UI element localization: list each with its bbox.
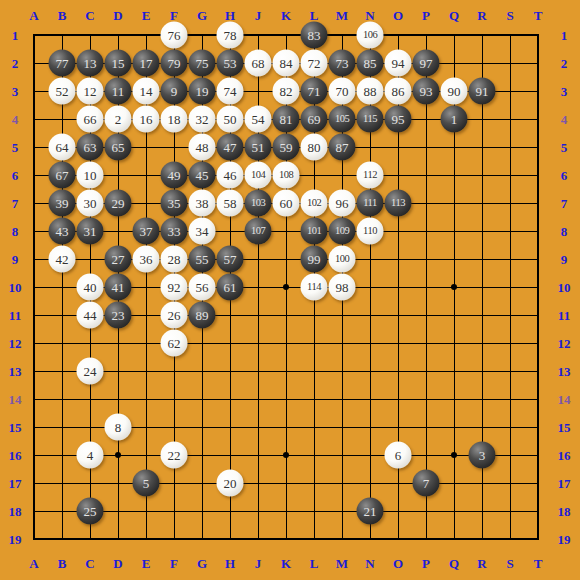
intersection-A1[interactable] (20, 21, 48, 49)
intersection-Q4[interactable]: 1 (440, 105, 468, 133)
intersection-J10[interactable] (244, 273, 272, 301)
intersection-H11[interactable] (216, 301, 244, 329)
intersection-S4[interactable] (496, 105, 524, 133)
intersection-F5[interactable] (160, 133, 188, 161)
intersection-N18[interactable]: 21 (356, 497, 384, 525)
intersection-C12[interactable] (76, 329, 104, 357)
intersection-S17[interactable] (496, 469, 524, 497)
intersection-R9[interactable] (468, 245, 496, 273)
intersection-A2[interactable] (20, 49, 48, 77)
intersection-D19[interactable] (104, 525, 132, 553)
intersection-E2[interactable]: 17 (132, 49, 160, 77)
intersection-B11[interactable] (48, 301, 76, 329)
intersection-A17[interactable] (20, 469, 48, 497)
intersection-E7[interactable] (132, 189, 160, 217)
intersection-B7[interactable]: 39 (48, 189, 76, 217)
intersection-K8[interactable] (272, 217, 300, 245)
intersection-D13[interactable] (104, 357, 132, 385)
intersection-M15[interactable] (328, 413, 356, 441)
intersection-J12[interactable] (244, 329, 272, 357)
intersection-E12[interactable] (132, 329, 160, 357)
intersection-C17[interactable] (76, 469, 104, 497)
intersection-G6[interactable]: 45 (188, 161, 216, 189)
intersection-H13[interactable] (216, 357, 244, 385)
intersection-H2[interactable]: 53 (216, 49, 244, 77)
intersection-N15[interactable] (356, 413, 384, 441)
intersection-A13[interactable] (20, 357, 48, 385)
intersection-K16[interactable] (272, 441, 300, 469)
intersection-O12[interactable] (384, 329, 412, 357)
intersection-S12[interactable] (496, 329, 524, 357)
intersection-B6[interactable]: 67 (48, 161, 76, 189)
intersection-N19[interactable] (356, 525, 384, 553)
intersection-D9[interactable]: 27 (104, 245, 132, 273)
intersection-Q18[interactable] (440, 497, 468, 525)
intersection-F4[interactable]: 18 (160, 105, 188, 133)
intersection-J15[interactable] (244, 413, 272, 441)
intersection-E14[interactable] (132, 385, 160, 413)
intersection-G3[interactable]: 19 (188, 77, 216, 105)
intersection-M18[interactable] (328, 497, 356, 525)
intersection-O6[interactable] (384, 161, 412, 189)
intersection-A14[interactable] (20, 385, 48, 413)
intersection-Q17[interactable] (440, 469, 468, 497)
intersection-K1[interactable] (272, 21, 300, 49)
intersection-P15[interactable] (412, 413, 440, 441)
intersection-N5[interactable] (356, 133, 384, 161)
intersection-G19[interactable] (188, 525, 216, 553)
intersection-G1[interactable] (188, 21, 216, 49)
intersection-L18[interactable] (300, 497, 328, 525)
intersection-O2[interactable]: 94 (384, 49, 412, 77)
intersection-P6[interactable] (412, 161, 440, 189)
intersection-A3[interactable] (20, 77, 48, 105)
intersection-S6[interactable] (496, 161, 524, 189)
intersection-T2[interactable] (524, 49, 552, 77)
intersection-J7[interactable]: 103 (244, 189, 272, 217)
intersection-C11[interactable]: 44 (76, 301, 104, 329)
intersection-P18[interactable] (412, 497, 440, 525)
intersection-H5[interactable]: 47 (216, 133, 244, 161)
intersection-T4[interactable] (524, 105, 552, 133)
intersection-P17[interactable]: 7 (412, 469, 440, 497)
intersection-O18[interactable] (384, 497, 412, 525)
intersection-H4[interactable]: 50 (216, 105, 244, 133)
intersection-A5[interactable] (20, 133, 48, 161)
intersection-Q8[interactable] (440, 217, 468, 245)
intersection-S2[interactable] (496, 49, 524, 77)
intersection-H10[interactable]: 61 (216, 273, 244, 301)
intersection-N2[interactable]: 85 (356, 49, 384, 77)
intersection-N14[interactable] (356, 385, 384, 413)
intersection-G18[interactable] (188, 497, 216, 525)
intersection-O4[interactable]: 95 (384, 105, 412, 133)
intersection-S10[interactable] (496, 273, 524, 301)
intersection-D17[interactable] (104, 469, 132, 497)
intersection-A4[interactable] (20, 105, 48, 133)
intersection-B12[interactable] (48, 329, 76, 357)
intersection-A10[interactable] (20, 273, 48, 301)
intersection-O1[interactable] (384, 21, 412, 49)
intersection-A7[interactable] (20, 189, 48, 217)
intersection-M17[interactable] (328, 469, 356, 497)
intersection-H15[interactable] (216, 413, 244, 441)
intersection-Q1[interactable] (440, 21, 468, 49)
intersection-P9[interactable] (412, 245, 440, 273)
intersection-G2[interactable]: 75 (188, 49, 216, 77)
intersection-S15[interactable] (496, 413, 524, 441)
intersection-O9[interactable] (384, 245, 412, 273)
intersection-J13[interactable] (244, 357, 272, 385)
intersection-R4[interactable] (468, 105, 496, 133)
intersection-T10[interactable] (524, 273, 552, 301)
intersection-H19[interactable] (216, 525, 244, 553)
intersection-A18[interactable] (20, 497, 48, 525)
intersection-C6[interactable]: 10 (76, 161, 104, 189)
intersection-Q5[interactable] (440, 133, 468, 161)
intersection-P8[interactable] (412, 217, 440, 245)
intersection-J6[interactable]: 104 (244, 161, 272, 189)
intersection-O8[interactable] (384, 217, 412, 245)
intersection-C14[interactable] (76, 385, 104, 413)
intersection-S8[interactable] (496, 217, 524, 245)
intersection-T14[interactable] (524, 385, 552, 413)
intersection-P13[interactable] (412, 357, 440, 385)
intersection-N9[interactable] (356, 245, 384, 273)
intersection-P19[interactable] (412, 525, 440, 553)
intersection-J1[interactable] (244, 21, 272, 49)
intersection-L17[interactable] (300, 469, 328, 497)
intersection-D10[interactable]: 41 (104, 273, 132, 301)
intersection-L13[interactable] (300, 357, 328, 385)
intersection-T19[interactable] (524, 525, 552, 553)
intersection-G14[interactable] (188, 385, 216, 413)
intersection-B8[interactable]: 43 (48, 217, 76, 245)
intersection-O13[interactable] (384, 357, 412, 385)
intersection-F1[interactable]: 76 (160, 21, 188, 49)
intersection-Q13[interactable] (440, 357, 468, 385)
intersection-G11[interactable]: 89 (188, 301, 216, 329)
intersection-F11[interactable]: 26 (160, 301, 188, 329)
intersection-R10[interactable] (468, 273, 496, 301)
intersection-P10[interactable] (412, 273, 440, 301)
intersection-A8[interactable] (20, 217, 48, 245)
intersection-C4[interactable]: 66 (76, 105, 104, 133)
intersection-B2[interactable]: 77 (48, 49, 76, 77)
intersection-M12[interactable] (328, 329, 356, 357)
intersection-R16[interactable]: 3 (468, 441, 496, 469)
intersection-P12[interactable] (412, 329, 440, 357)
intersection-Q6[interactable] (440, 161, 468, 189)
intersection-T9[interactable] (524, 245, 552, 273)
intersection-R14[interactable] (468, 385, 496, 413)
intersection-S18[interactable] (496, 497, 524, 525)
intersection-O3[interactable]: 86 (384, 77, 412, 105)
intersection-J17[interactable] (244, 469, 272, 497)
intersection-K15[interactable] (272, 413, 300, 441)
intersection-T7[interactable] (524, 189, 552, 217)
intersection-A11[interactable] (20, 301, 48, 329)
intersection-F8[interactable]: 33 (160, 217, 188, 245)
intersection-L3[interactable]: 71 (300, 77, 328, 105)
intersection-K9[interactable] (272, 245, 300, 273)
intersection-R18[interactable] (468, 497, 496, 525)
intersection-N7[interactable]: 111 (356, 189, 384, 217)
intersection-C2[interactable]: 13 (76, 49, 104, 77)
intersection-D4[interactable]: 2 (104, 105, 132, 133)
intersection-Q11[interactable] (440, 301, 468, 329)
intersection-K10[interactable] (272, 273, 300, 301)
intersection-O7[interactable]: 113 (384, 189, 412, 217)
intersection-Q16[interactable] (440, 441, 468, 469)
intersection-J18[interactable] (244, 497, 272, 525)
intersection-O15[interactable] (384, 413, 412, 441)
intersection-B14[interactable] (48, 385, 76, 413)
intersection-D12[interactable] (104, 329, 132, 357)
intersection-L4[interactable]: 69 (300, 105, 328, 133)
intersection-R6[interactable] (468, 161, 496, 189)
intersection-H17[interactable]: 20 (216, 469, 244, 497)
intersection-M16[interactable] (328, 441, 356, 469)
intersection-K3[interactable]: 82 (272, 77, 300, 105)
intersection-L10[interactable]: 114 (300, 273, 328, 301)
intersection-M14[interactable] (328, 385, 356, 413)
intersection-C9[interactable] (76, 245, 104, 273)
intersection-B17[interactable] (48, 469, 76, 497)
intersection-B15[interactable] (48, 413, 76, 441)
intersection-L16[interactable] (300, 441, 328, 469)
intersection-E4[interactable]: 16 (132, 105, 160, 133)
intersection-L12[interactable] (300, 329, 328, 357)
intersection-J14[interactable] (244, 385, 272, 413)
intersection-R11[interactable] (468, 301, 496, 329)
intersection-H12[interactable] (216, 329, 244, 357)
intersection-Q2[interactable] (440, 49, 468, 77)
intersection-Q10[interactable] (440, 273, 468, 301)
intersection-G12[interactable] (188, 329, 216, 357)
intersection-Q9[interactable] (440, 245, 468, 273)
intersection-L19[interactable] (300, 525, 328, 553)
intersection-G9[interactable]: 55 (188, 245, 216, 273)
intersection-M3[interactable]: 70 (328, 77, 356, 105)
intersection-J4[interactable]: 54 (244, 105, 272, 133)
intersection-S13[interactable] (496, 357, 524, 385)
intersection-S19[interactable] (496, 525, 524, 553)
intersection-T1[interactable] (524, 21, 552, 49)
intersection-Q14[interactable] (440, 385, 468, 413)
intersection-B18[interactable] (48, 497, 76, 525)
intersection-R2[interactable] (468, 49, 496, 77)
intersection-N10[interactable] (356, 273, 384, 301)
intersection-K12[interactable] (272, 329, 300, 357)
intersection-S11[interactable] (496, 301, 524, 329)
intersection-C7[interactable]: 30 (76, 189, 104, 217)
intersection-E19[interactable] (132, 525, 160, 553)
intersection-G16[interactable] (188, 441, 216, 469)
intersection-Q3[interactable]: 90 (440, 77, 468, 105)
intersection-C15[interactable] (76, 413, 104, 441)
intersection-E11[interactable] (132, 301, 160, 329)
intersection-R7[interactable] (468, 189, 496, 217)
intersection-C13[interactable]: 24 (76, 357, 104, 385)
intersection-T18[interactable] (524, 497, 552, 525)
intersection-P3[interactable]: 93 (412, 77, 440, 105)
intersection-L6[interactable] (300, 161, 328, 189)
intersection-F18[interactable] (160, 497, 188, 525)
intersection-E17[interactable]: 5 (132, 469, 160, 497)
intersection-M7[interactable]: 96 (328, 189, 356, 217)
intersection-N1[interactable]: 106 (356, 21, 384, 49)
intersection-M6[interactable] (328, 161, 356, 189)
intersection-D18[interactable] (104, 497, 132, 525)
intersection-E13[interactable] (132, 357, 160, 385)
intersection-D11[interactable]: 23 (104, 301, 132, 329)
intersection-M2[interactable]: 73 (328, 49, 356, 77)
intersection-N16[interactable] (356, 441, 384, 469)
intersection-P11[interactable] (412, 301, 440, 329)
intersection-H1[interactable]: 78 (216, 21, 244, 49)
intersection-N3[interactable]: 88 (356, 77, 384, 105)
intersection-K18[interactable] (272, 497, 300, 525)
intersection-C18[interactable]: 25 (76, 497, 104, 525)
intersection-Q15[interactable] (440, 413, 468, 441)
intersection-C5[interactable]: 63 (76, 133, 104, 161)
intersection-Q19[interactable] (440, 525, 468, 553)
intersection-N11[interactable] (356, 301, 384, 329)
intersection-J19[interactable] (244, 525, 272, 553)
intersection-B1[interactable] (48, 21, 76, 49)
intersection-N8[interactable]: 110 (356, 217, 384, 245)
intersection-M11[interactable] (328, 301, 356, 329)
intersection-K11[interactable] (272, 301, 300, 329)
intersection-R3[interactable]: 91 (468, 77, 496, 105)
intersection-R1[interactable] (468, 21, 496, 49)
intersection-P1[interactable] (412, 21, 440, 49)
intersection-E18[interactable] (132, 497, 160, 525)
intersection-D1[interactable] (104, 21, 132, 49)
intersection-P2[interactable]: 97 (412, 49, 440, 77)
intersection-H18[interactable] (216, 497, 244, 525)
intersection-R17[interactable] (468, 469, 496, 497)
intersection-F3[interactable]: 9 (160, 77, 188, 105)
intersection-B5[interactable]: 64 (48, 133, 76, 161)
intersection-G4[interactable]: 32 (188, 105, 216, 133)
intersection-O14[interactable] (384, 385, 412, 413)
intersection-C1[interactable] (76, 21, 104, 49)
intersection-J9[interactable] (244, 245, 272, 273)
intersection-D14[interactable] (104, 385, 132, 413)
intersection-M9[interactable]: 100 (328, 245, 356, 273)
intersection-C10[interactable]: 40 (76, 273, 104, 301)
intersection-B3[interactable]: 52 (48, 77, 76, 105)
intersection-F19[interactable] (160, 525, 188, 553)
intersection-R19[interactable] (468, 525, 496, 553)
intersection-N12[interactable] (356, 329, 384, 357)
intersection-F7[interactable]: 35 (160, 189, 188, 217)
intersection-B9[interactable]: 42 (48, 245, 76, 273)
intersection-S14[interactable] (496, 385, 524, 413)
intersection-A9[interactable] (20, 245, 48, 273)
intersection-A12[interactable] (20, 329, 48, 357)
intersection-D8[interactable] (104, 217, 132, 245)
intersection-E15[interactable] (132, 413, 160, 441)
intersection-C19[interactable] (76, 525, 104, 553)
intersection-D2[interactable]: 15 (104, 49, 132, 77)
intersection-C8[interactable]: 31 (76, 217, 104, 245)
intersection-L9[interactable]: 99 (300, 245, 328, 273)
intersection-Q7[interactable] (440, 189, 468, 217)
intersection-O17[interactable] (384, 469, 412, 497)
intersection-E3[interactable]: 14 (132, 77, 160, 105)
intersection-G17[interactable] (188, 469, 216, 497)
intersection-M5[interactable]: 87 (328, 133, 356, 161)
intersection-F13[interactable] (160, 357, 188, 385)
intersection-R8[interactable] (468, 217, 496, 245)
intersection-S1[interactable] (496, 21, 524, 49)
intersection-K13[interactable] (272, 357, 300, 385)
intersection-C3[interactable]: 12 (76, 77, 104, 105)
intersection-F17[interactable] (160, 469, 188, 497)
intersection-L14[interactable] (300, 385, 328, 413)
intersection-N17[interactable] (356, 469, 384, 497)
intersection-E1[interactable] (132, 21, 160, 49)
intersection-L15[interactable] (300, 413, 328, 441)
intersection-G13[interactable] (188, 357, 216, 385)
intersection-R13[interactable] (468, 357, 496, 385)
intersection-M4[interactable]: 105 (328, 105, 356, 133)
intersection-T5[interactable] (524, 133, 552, 161)
intersection-L1[interactable]: 83 (300, 21, 328, 49)
intersection-L11[interactable] (300, 301, 328, 329)
intersection-C16[interactable]: 4 (76, 441, 104, 469)
intersection-L7[interactable]: 102 (300, 189, 328, 217)
intersection-J8[interactable]: 107 (244, 217, 272, 245)
intersection-D3[interactable]: 11 (104, 77, 132, 105)
intersection-J2[interactable]: 68 (244, 49, 272, 77)
intersection-H14[interactable] (216, 385, 244, 413)
intersection-B19[interactable] (48, 525, 76, 553)
intersection-O10[interactable] (384, 273, 412, 301)
intersection-N4[interactable]: 115 (356, 105, 384, 133)
intersection-Q12[interactable] (440, 329, 468, 357)
intersection-T8[interactable] (524, 217, 552, 245)
intersection-J16[interactable] (244, 441, 272, 469)
intersection-A15[interactable] (20, 413, 48, 441)
intersection-B16[interactable] (48, 441, 76, 469)
intersection-M1[interactable] (328, 21, 356, 49)
intersection-L2[interactable]: 72 (300, 49, 328, 77)
intersection-T17[interactable] (524, 469, 552, 497)
intersection-F14[interactable] (160, 385, 188, 413)
intersection-F12[interactable]: 62 (160, 329, 188, 357)
intersection-G8[interactable]: 34 (188, 217, 216, 245)
intersection-D5[interactable]: 65 (104, 133, 132, 161)
intersection-A19[interactable] (20, 525, 48, 553)
intersection-G15[interactable] (188, 413, 216, 441)
intersection-H8[interactable] (216, 217, 244, 245)
intersection-P16[interactable] (412, 441, 440, 469)
intersection-M19[interactable] (328, 525, 356, 553)
intersection-D7[interactable]: 29 (104, 189, 132, 217)
intersection-L5[interactable]: 80 (300, 133, 328, 161)
intersection-K4[interactable]: 81 (272, 105, 300, 133)
intersection-A6[interactable] (20, 161, 48, 189)
intersection-G5[interactable]: 48 (188, 133, 216, 161)
intersection-E5[interactable] (132, 133, 160, 161)
intersection-F15[interactable] (160, 413, 188, 441)
intersection-R5[interactable] (468, 133, 496, 161)
intersection-K7[interactable]: 60 (272, 189, 300, 217)
